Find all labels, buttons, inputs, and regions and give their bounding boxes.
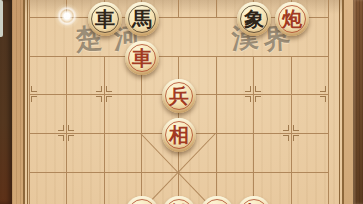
red-elephant-piece[interactable]: 相 (162, 118, 196, 152)
black-chariot-piece[interactable]: 車 (88, 2, 122, 36)
xiangqi-board[interactable]: 楚 河 漢 界 車馬象炮車兵相仕帥仕相 (0, 0, 363, 204)
red-advisor-piece[interactable]: 仕 (125, 196, 159, 204)
piece-glyph: 仕 (207, 196, 227, 204)
red-cannon-piece[interactable]: 炮 (275, 2, 309, 36)
piece-glyph: 車 (95, 2, 115, 36)
piece-glyph: 兵 (169, 79, 189, 113)
piece-glyph: 炮 (282, 2, 302, 36)
piece-glyph: 相 (169, 118, 189, 152)
piece-glyph: 車 (132, 41, 152, 75)
piece-glyph: 馬 (132, 2, 152, 36)
piece-glyph: 帥 (169, 196, 189, 204)
red-elephant-piece[interactable]: 相 (237, 196, 271, 204)
piece-glyph: 象 (244, 2, 264, 36)
piece-glyph: 相 (244, 196, 264, 204)
red-advisor-piece[interactable]: 仕 (200, 196, 234, 204)
piece-glyph: 仕 (132, 196, 152, 204)
black-elephant-piece[interactable]: 象 (237, 2, 271, 36)
black-horse-piece[interactable]: 馬 (125, 2, 159, 36)
red-chariot-piece[interactable]: 車 (125, 41, 159, 75)
red-soldier-piece[interactable]: 兵 (162, 79, 196, 113)
piece-layer: 車馬象炮車兵相仕帥仕相 (0, 0, 363, 204)
red-general-piece[interactable]: 帥 (162, 196, 196, 204)
